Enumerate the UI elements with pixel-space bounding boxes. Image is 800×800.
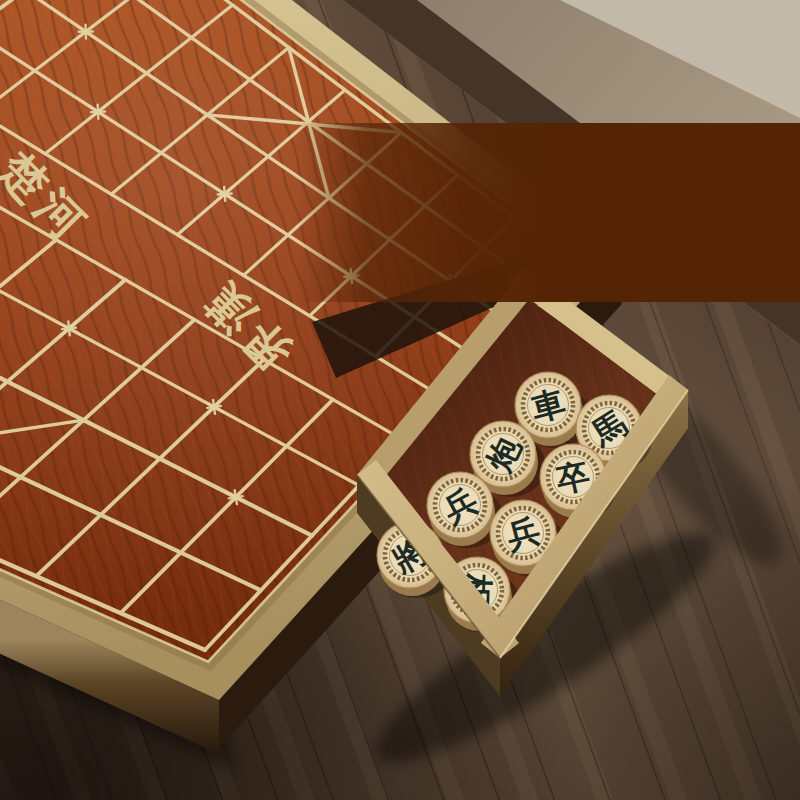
photo-scene: 楚河漢界車馬炮卒兵兵將相	[0, 0, 800, 800]
scene-svg: 楚河漢界車馬炮卒兵兵將相	[0, 0, 800, 800]
redaction-band	[296, 123, 800, 302]
